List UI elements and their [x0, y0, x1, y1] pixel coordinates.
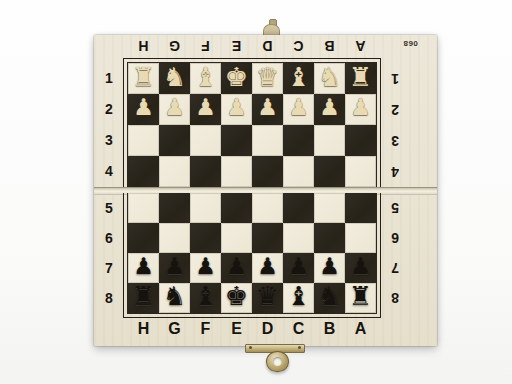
file-label-bottom-h: H [128, 319, 159, 339]
square-c8: ♝ [283, 283, 314, 313]
square-b7: ♟ [314, 253, 345, 283]
square-f5 [190, 193, 221, 223]
square-d4 [252, 156, 283, 187]
clasp-screw-icon [298, 346, 301, 349]
square-b4 [314, 156, 345, 187]
black-pawn-c7: ♟ [288, 255, 309, 278]
rank-label-left-8: 8 [98, 283, 120, 313]
black-pawn-d7: ♟ [257, 255, 278, 278]
square-h5 [128, 193, 159, 223]
square-b2: ♟ [314, 94, 345, 125]
square-e5 [221, 193, 252, 223]
black-pawn-h7: ♟ [133, 255, 154, 278]
file-label-top-f: F [190, 37, 221, 55]
file-label-bottom-c: C [283, 319, 314, 339]
white-knight-g1: ♞ [163, 64, 186, 90]
black-knight-g8: ♞ [163, 283, 186, 309]
square-h7: ♟ [128, 253, 159, 283]
rank-label-left-3: 3 [98, 125, 120, 156]
black-rook-a8: ♜ [349, 283, 372, 309]
rank-label-right-7: 7 [384, 253, 406, 283]
square-a1: ♜ [345, 63, 376, 94]
white-pawn-a2: ♟ [350, 96, 371, 119]
rank-label-right-2: 2 [384, 94, 406, 125]
square-h1: ♜ [128, 63, 159, 94]
square-d2: ♟ [252, 94, 283, 125]
rank-label-right-5: 5 [384, 193, 406, 223]
square-g1: ♞ [159, 63, 190, 94]
square-c4 [283, 156, 314, 187]
rank-labels-left-bottom: 5678 [98, 193, 120, 313]
file-label-top-e: E [221, 37, 252, 55]
square-b1: ♞ [314, 63, 345, 94]
clasp-screw-icon [249, 346, 252, 349]
rank-label-left-6: 6 [98, 223, 120, 253]
square-e4 [221, 156, 252, 187]
square-a4 [345, 156, 376, 187]
wooden-folding-board: HGFEDCBA 068 1234 1234 ♜♞♝♚♛♝♞♜♟♟♟♟♟♟♟♟ … [94, 35, 437, 346]
black-pawn-b7: ♟ [319, 255, 340, 278]
file-label-top-d: D [252, 37, 283, 55]
square-f1: ♝ [190, 63, 221, 94]
square-e7: ♟ [221, 253, 252, 283]
square-g5 [159, 193, 190, 223]
white-queen-d1: ♛ [256, 64, 279, 90]
rank-label-right-1: 1 [384, 63, 406, 94]
square-c7: ♟ [283, 253, 314, 283]
black-bishop-f8: ♝ [194, 283, 217, 309]
black-pawn-g7: ♟ [164, 255, 185, 278]
square-f2: ♟ [190, 94, 221, 125]
file-label-bottom-b: B [314, 319, 345, 339]
square-c3 [283, 125, 314, 156]
square-d1: ♛ [252, 63, 283, 94]
square-b5 [314, 193, 345, 223]
square-f8: ♝ [190, 283, 221, 313]
board-grid-ranks-1-4: ♜♞♝♚♛♝♞♜♟♟♟♟♟♟♟♟ [127, 62, 377, 187]
square-g3 [159, 125, 190, 156]
rank-label-right-8: 8 [384, 283, 406, 313]
white-pawn-b2: ♟ [319, 96, 340, 119]
square-g2: ♟ [159, 94, 190, 125]
square-b6 [314, 223, 345, 253]
product-number-label: 068 [403, 39, 418, 48]
rank-label-right-6: 6 [384, 223, 406, 253]
board-grid-ranks-5-8: ♟♟♟♟♟♟♟♟♜♞♝♚♛♝♞♜ [127, 193, 377, 314]
file-label-bottom-f: F [190, 319, 221, 339]
white-bishop-c1: ♝ [287, 64, 310, 90]
square-f7: ♟ [190, 253, 221, 283]
white-pawn-g2: ♟ [164, 96, 185, 119]
square-b8: ♞ [314, 283, 345, 313]
file-label-top-c: C [283, 37, 314, 55]
square-d6 [252, 223, 283, 253]
chess-set-photo: HGFEDCBA 068 1234 1234 ♜♞♝♚♛♝♞♜♟♟♟♟♟♟♟♟ … [0, 0, 512, 384]
rank-label-left-7: 7 [98, 253, 120, 283]
square-a2: ♟ [345, 94, 376, 125]
square-a6 [345, 223, 376, 253]
rank-label-right-4: 4 [384, 156, 406, 187]
square-d8: ♛ [252, 283, 283, 313]
clasp-ring [266, 351, 289, 372]
square-c5 [283, 193, 314, 223]
file-label-top-a: A [345, 37, 376, 55]
square-f6 [190, 223, 221, 253]
square-a3 [345, 125, 376, 156]
file-label-bottom-a: A [345, 319, 376, 339]
white-bishop-f1: ♝ [194, 64, 217, 90]
board-upper-half: ♜♞♝♚♛♝♞♜♟♟♟♟♟♟♟♟ [123, 58, 381, 187]
file-labels-top: HGFEDCBA [128, 37, 376, 55]
black-bishop-c8: ♝ [287, 283, 310, 309]
square-h4 [128, 156, 159, 187]
square-b3 [314, 125, 345, 156]
square-c1: ♝ [283, 63, 314, 94]
black-king-e8: ♚ [225, 283, 248, 309]
white-knight-b1: ♞ [318, 64, 341, 90]
square-e1: ♚ [221, 63, 252, 94]
rank-labels-right-top: 1234 [384, 63, 406, 187]
rank-label-left-2: 2 [98, 94, 120, 125]
white-pawn-c2: ♟ [288, 96, 309, 119]
file-label-top-b: B [314, 37, 345, 55]
rank-label-left-4: 4 [98, 156, 120, 187]
square-e8: ♚ [221, 283, 252, 313]
rank-label-left-1: 1 [98, 63, 120, 94]
square-f3 [190, 125, 221, 156]
square-a5 [345, 193, 376, 223]
square-e6 [221, 223, 252, 253]
white-rook-a1: ♜ [349, 64, 372, 90]
white-rook-h1: ♜ [132, 64, 155, 90]
clasp-ring-hole [273, 357, 282, 366]
black-queen-d8: ♛ [256, 283, 279, 309]
white-pawn-e2: ♟ [226, 96, 247, 119]
rank-label-right-3: 3 [384, 125, 406, 156]
white-pawn-f2: ♟ [195, 96, 216, 119]
square-e3 [221, 125, 252, 156]
square-h2: ♟ [128, 94, 159, 125]
square-g4 [159, 156, 190, 187]
square-c6 [283, 223, 314, 253]
square-c2: ♟ [283, 94, 314, 125]
square-g7: ♟ [159, 253, 190, 283]
square-h6 [128, 223, 159, 253]
square-h8: ♜ [128, 283, 159, 313]
rank-labels-right-bottom: 5678 [384, 193, 406, 313]
board-lower-half: ♟♟♟♟♟♟♟♟♜♞♝♚♛♝♞♜ [123, 193, 381, 318]
rank-label-left-5: 5 [98, 193, 120, 223]
file-label-bottom-e: E [221, 319, 252, 339]
file-labels-bottom: HGFEDCBA [128, 319, 376, 339]
black-pawn-e7: ♟ [226, 255, 247, 278]
black-pawn-f7: ♟ [195, 255, 216, 278]
square-d3 [252, 125, 283, 156]
black-knight-b8: ♞ [318, 283, 341, 309]
rank-labels-left-top: 1234 [98, 63, 120, 187]
white-pawn-d2: ♟ [257, 96, 278, 119]
square-a8: ♜ [345, 283, 376, 313]
square-g8: ♞ [159, 283, 190, 313]
black-pawn-a7: ♟ [350, 255, 371, 278]
square-h3 [128, 125, 159, 156]
file-label-top-g: G [159, 37, 190, 55]
square-e2: ♟ [221, 94, 252, 125]
white-pawn-h2: ♟ [133, 96, 154, 119]
file-label-bottom-g: G [159, 319, 190, 339]
square-f4 [190, 156, 221, 187]
square-g6 [159, 223, 190, 253]
file-label-bottom-d: D [252, 319, 283, 339]
white-king-e1: ♚ [225, 64, 248, 90]
square-d5 [252, 193, 283, 223]
black-rook-h8: ♜ [132, 283, 155, 309]
square-a7: ♟ [345, 253, 376, 283]
file-label-top-h: H [128, 37, 159, 55]
square-d7: ♟ [252, 253, 283, 283]
